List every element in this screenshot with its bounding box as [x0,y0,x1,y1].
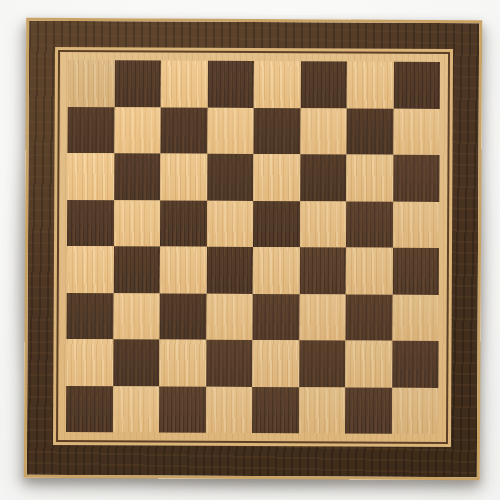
board-inlay-outer-line [53,47,453,447]
square-c8 [161,61,208,108]
square-d2 [206,340,253,387]
square-b8 [114,60,161,107]
square-h7 [393,108,440,155]
square-b5 [114,200,161,247]
square-c7 [160,107,207,154]
square-g7 [346,108,393,155]
square-f8 [300,61,347,108]
square-d3 [206,293,253,340]
square-d6 [207,154,254,201]
square-d7 [207,107,254,154]
square-a4 [67,246,114,293]
square-f6 [300,154,347,201]
square-h2 [392,341,439,388]
square-e1 [252,386,299,433]
square-e6 [253,154,300,201]
square-g8 [347,61,394,108]
board-squares-grid [66,60,440,434]
board-inlay-pinstripe [56,50,450,444]
square-d4 [206,247,253,294]
board-inlay-inner-margin [58,52,448,442]
square-b1 [113,386,160,433]
square-e2 [252,340,299,387]
square-a5 [67,200,114,247]
square-b7 [114,107,161,154]
square-c2 [159,340,206,387]
square-h4 [392,248,439,295]
square-g6 [346,154,393,201]
square-d8 [207,61,254,108]
square-c6 [160,154,207,201]
square-g3 [346,294,393,341]
square-c1 [159,386,206,433]
square-f2 [299,340,346,387]
square-e5 [253,201,300,248]
square-d5 [207,200,254,247]
square-e3 [253,293,300,340]
square-a1 [66,386,113,433]
square-a8 [68,60,115,107]
square-g2 [345,340,392,387]
square-h6 [393,155,440,202]
square-h1 [392,387,439,434]
square-g4 [346,247,393,294]
square-a3 [67,293,114,340]
square-h8 [393,62,440,109]
square-h5 [393,201,440,248]
square-d1 [206,386,253,433]
square-b2 [113,339,160,386]
square-a2 [66,339,113,386]
photo-background [0,0,500,500]
square-f1 [299,387,346,434]
square-c5 [160,200,207,247]
square-c4 [160,247,207,294]
square-e8 [254,61,301,108]
square-e4 [253,247,300,294]
square-g5 [346,201,393,248]
square-c3 [160,293,207,340]
square-a7 [67,107,114,154]
square-b3 [113,293,160,340]
square-h3 [392,294,439,341]
square-f4 [299,247,346,294]
square-b4 [113,246,160,293]
chess-board [24,18,482,480]
square-a6 [67,153,114,200]
square-f5 [300,201,347,248]
square-g1 [345,387,392,434]
square-e7 [253,108,300,155]
square-f3 [299,294,346,341]
square-f7 [300,108,347,155]
square-b6 [114,153,161,200]
